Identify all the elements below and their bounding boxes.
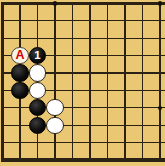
move-number-label: 1: [34, 49, 40, 61]
grid-line-vertical: [142, 2, 143, 162]
point-label-letter: A: [15, 49, 24, 62]
grid-line-horizontal: [1, 38, 165, 39]
go-board[interactable]: A1: [0, 0, 165, 166]
grid-line-vertical: [1, 2, 4, 162]
black-stone-b6: [11, 64, 28, 81]
black-stone-c4: [29, 99, 46, 116]
star-point-d10: [53, 1, 58, 6]
black-stone-b5: [11, 82, 28, 99]
grid-line-horizontal: [1, 2, 165, 5]
white-stone-c6: [29, 64, 46, 81]
white-stone-d3: [46, 117, 63, 134]
grid-line-vertical: [107, 2, 108, 162]
grid-line-horizontal: [1, 125, 165, 126]
grid-line-horizontal: [1, 142, 165, 143]
white-stone-d4: [46, 99, 63, 116]
white-stone-c5: [29, 82, 46, 99]
grid-line-vertical: [72, 2, 73, 162]
grid-line-vertical: [124, 2, 125, 162]
grid-line-horizontal: [1, 107, 165, 108]
grid-line-vertical: [89, 2, 90, 162]
black-stone-1-c7: 1: [29, 47, 46, 64]
star-point-k4: [158, 106, 163, 111]
grid-line-horizontal: [1, 158, 165, 162]
grid-line-vertical: [54, 2, 55, 162]
star-point-k10: [158, 1, 163, 6]
grid-line-vertical: [159, 2, 160, 162]
grid-line-horizontal: [1, 20, 165, 21]
point-label-a-b7: A: [11, 47, 28, 64]
black-stone-c3: [29, 117, 46, 134]
